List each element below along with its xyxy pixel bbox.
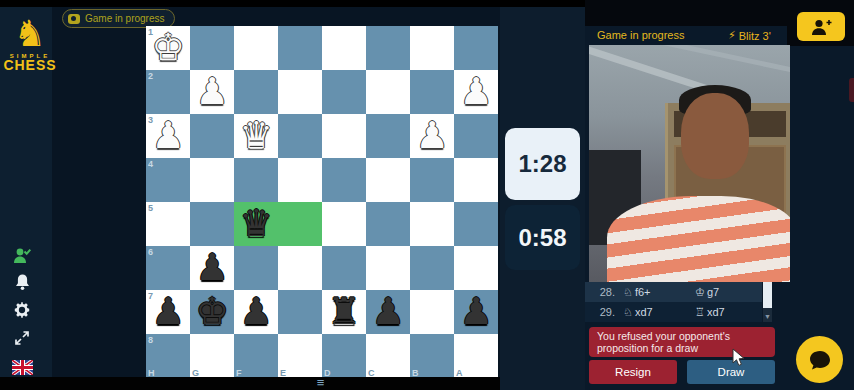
piece-white-pawn[interactable]: ♟ <box>151 115 184 157</box>
square-d8[interactable]: D <box>322 334 366 378</box>
square-d5[interactable] <box>322 202 366 246</box>
white-move[interactable]: ♘xd7 <box>623 306 695 319</box>
piece-black-pawn[interactable]: ♟ <box>195 247 228 289</box>
square-g8[interactable]: G <box>190 334 234 378</box>
rank-label: 2 <box>148 71 153 81</box>
square-g3[interactable] <box>190 114 234 158</box>
draw-refused-notice: You refused your opponent's proposition … <box>589 327 775 357</box>
square-c2[interactable] <box>366 70 410 114</box>
black-move-piece-icon: ♔ <box>695 286 705 299</box>
square-d1[interactable] <box>322 26 366 70</box>
square-b3[interactable]: ♟ <box>410 114 454 158</box>
piece-white-pawn[interactable]: ♟ <box>459 71 492 113</box>
square-c7[interactable]: ♟ <box>366 290 410 334</box>
edge-red-sliver <box>849 78 854 102</box>
square-c6[interactable] <box>366 246 410 290</box>
bottom-black-strip <box>0 377 500 390</box>
badge-label: Game in progress <box>85 13 164 24</box>
move-row-29[interactable]: 29.♘xd7♖xd7 <box>585 302 762 322</box>
square-f7[interactable]: ♟ <box>234 290 278 334</box>
chess-board: 1♚2♟♟3♟♛♟45♛6♟7♟♚♟♜♟♟8HGFEDCBA <box>146 26 498 378</box>
square-f1[interactable] <box>234 26 278 70</box>
move-number: 29. <box>585 306 623 318</box>
square-h7[interactable]: 7♟ <box>146 290 190 334</box>
chat-icon <box>807 348 833 372</box>
square-a3[interactable] <box>454 114 498 158</box>
black-move[interactable]: ♔g7 <box>695 286 762 299</box>
draw-refused-text: You refused your opponent's proposition … <box>597 330 767 354</box>
white-move-piece-icon: ♘ <box>623 286 633 299</box>
piece-white-pawn[interactable]: ♟ <box>195 71 228 113</box>
rank-label: 7 <box>148 291 153 301</box>
square-a6[interactable] <box>454 246 498 290</box>
piece-black-pawn[interactable]: ♟ <box>239 291 272 333</box>
piece-black-pawn[interactable]: ♟ <box>151 291 184 333</box>
piece-black-rook[interactable]: ♜ <box>327 291 360 333</box>
time-control-label: ⚡ Blitz 3' <box>728 29 771 42</box>
square-b6[interactable] <box>410 246 454 290</box>
webcam-video <box>589 45 790 282</box>
square-b5[interactable] <box>410 202 454 246</box>
rank-label: 4 <box>148 159 153 169</box>
opponent-clock: 1:28 <box>505 128 580 200</box>
rank-label: 8 <box>148 335 153 345</box>
square-e3[interactable] <box>278 114 322 158</box>
piece-black-pawn[interactable]: ♟ <box>371 291 404 333</box>
rank-label: 1 <box>148 27 153 37</box>
square-g7[interactable]: ♚ <box>190 290 234 334</box>
badge-camera-icon <box>68 14 80 24</box>
square-h1[interactable]: 1♚ <box>146 26 190 70</box>
rank-label: 3 <box>148 115 153 125</box>
piece-black-king[interactable]: ♚ <box>195 291 228 333</box>
square-c3[interactable] <box>366 114 410 158</box>
square-b4[interactable] <box>410 158 454 202</box>
square-c5[interactable] <box>366 202 410 246</box>
piece-black-pawn[interactable]: ♟ <box>459 291 492 333</box>
language-flag-icon[interactable] <box>11 357 33 377</box>
move-list-scrollbar[interactable]: ▼ <box>763 282 772 322</box>
chat-bubble-button[interactable] <box>796 336 843 383</box>
square-f3[interactable]: ♛ <box>234 114 278 158</box>
square-c4[interactable] <box>366 158 410 202</box>
time-control-value: Blitz 3' <box>739 30 771 42</box>
square-e1[interactable] <box>278 26 322 70</box>
square-e2[interactable] <box>278 70 322 114</box>
square-a7[interactable]: ♟ <box>454 290 498 334</box>
online-status-icon[interactable] <box>11 246 33 266</box>
square-e6[interactable] <box>278 246 322 290</box>
square-f8[interactable]: F <box>234 334 278 378</box>
square-h5[interactable]: 5 <box>146 202 190 246</box>
black-move[interactable]: ♖xd7 <box>695 306 762 319</box>
board-menu-handle[interactable]: ≡ <box>306 377 334 390</box>
square-h4[interactable]: 4 <box>146 158 190 202</box>
square-b7[interactable] <box>410 290 454 334</box>
square-a4[interactable] <box>454 158 498 202</box>
logo-knight-icon: ♞ <box>2 15 58 53</box>
square-g4[interactable] <box>190 158 234 202</box>
logo-chess-text: CHESS <box>2 59 58 72</box>
square-h6[interactable]: 6 <box>146 246 190 290</box>
square-b2[interactable] <box>410 70 454 114</box>
app-logo[interactable]: ♞ SIMPLE CHESS <box>2 15 58 72</box>
square-d2[interactable] <box>322 70 366 114</box>
square-b1[interactable] <box>410 26 454 70</box>
square-h2[interactable]: 2 <box>146 70 190 114</box>
square-f4[interactable] <box>234 158 278 202</box>
square-b8[interactable]: B <box>410 334 454 378</box>
white-move[interactable]: ♘f6+ <box>623 286 695 299</box>
scrollbar-thumb[interactable] <box>763 282 772 308</box>
piece-white-king[interactable]: ♚ <box>151 27 184 69</box>
white-move-piece-icon: ♘ <box>623 306 633 319</box>
piece-black-queen[interactable]: ♛ <box>239 203 272 245</box>
square-a8[interactable]: A <box>454 334 498 378</box>
square-c8[interactable]: C <box>366 334 410 378</box>
square-f6[interactable] <box>234 246 278 290</box>
square-a2[interactable]: ♟ <box>454 70 498 114</box>
square-f5[interactable]: ♛ <box>234 202 278 246</box>
invite-player-button[interactable] <box>797 12 845 41</box>
rank-label: 5 <box>148 203 153 213</box>
square-d4[interactable] <box>322 158 366 202</box>
panel-status-text: Game in progress <box>597 29 684 41</box>
move-number: 28. <box>585 286 623 298</box>
fullscreen-expand-icon[interactable] <box>11 328 33 348</box>
move-row-28[interactable]: 28.♘f6+♔g7 <box>585 282 762 302</box>
square-a5[interactable] <box>454 202 498 246</box>
square-h3[interactable]: 3♟ <box>146 114 190 158</box>
scrollbar-down-arrow[interactable]: ▼ <box>763 312 772 322</box>
draw-button[interactable]: Draw <box>687 360 775 384</box>
resign-button[interactable]: Resign <box>589 360 677 384</box>
rank-label: 6 <box>148 247 153 257</box>
square-h8[interactable]: 8H <box>146 334 190 378</box>
left-sidebar: ♞ SIMPLE CHESS <box>0 7 52 390</box>
person-plus-icon <box>810 18 832 36</box>
player-clock: 0:58 <box>505 205 580 270</box>
square-e4[interactable] <box>278 158 322 202</box>
square-g5[interactable] <box>190 202 234 246</box>
square-e8[interactable]: E <box>278 334 322 378</box>
square-c1[interactable] <box>366 26 410 70</box>
square-d3[interactable] <box>322 114 366 158</box>
square-e5[interactable] <box>278 202 322 246</box>
square-g2[interactable]: ♟ <box>190 70 234 114</box>
square-g1[interactable] <box>190 26 234 70</box>
square-d6[interactable] <box>322 246 366 290</box>
piece-white-pawn[interactable]: ♟ <box>415 115 448 157</box>
blitz-bolt-icon: ⚡ <box>728 29 736 42</box>
settings-gear-icon[interactable] <box>11 300 33 320</box>
square-a1[interactable] <box>454 26 498 70</box>
square-d7[interactable]: ♜ <box>322 290 366 334</box>
square-f2[interactable] <box>234 70 278 114</box>
square-g6[interactable]: ♟ <box>190 246 234 290</box>
notifications-bell-icon[interactable] <box>11 272 33 292</box>
black-move-piece-icon: ♖ <box>695 306 705 319</box>
square-e7[interactable] <box>278 290 322 334</box>
piece-white-queen[interactable]: ♛ <box>239 115 272 157</box>
